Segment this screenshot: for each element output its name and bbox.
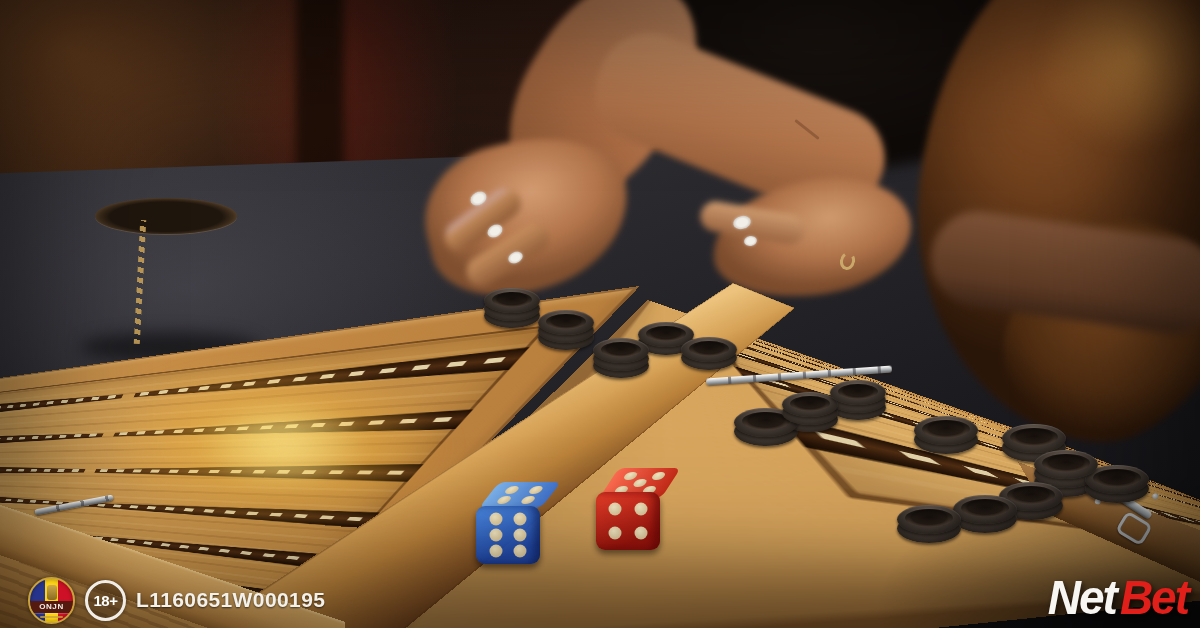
die-pip	[494, 496, 512, 504]
netbet-logo-bet: Bet	[1120, 570, 1188, 624]
die-pip	[490, 545, 503, 558]
netbet-logo-net: Net	[1048, 570, 1116, 624]
die-pip	[490, 529, 503, 542]
red-die[interactable]	[596, 466, 662, 550]
die-pip	[527, 486, 545, 494]
age-18-label: 18+	[94, 592, 118, 609]
die-pip	[513, 545, 526, 558]
onjn-band: ONJN	[30, 601, 73, 613]
die-pip	[622, 472, 639, 480]
die-pip	[634, 526, 647, 539]
blue-die-top-face	[479, 482, 561, 508]
license-number: L1160651W000195	[136, 588, 325, 612]
netbet-logo: NetBet	[1048, 569, 1188, 625]
onjn-foot-arc	[40, 616, 63, 618]
age-18-badge: 18+	[85, 580, 126, 621]
red-die-front-face	[596, 492, 660, 550]
onjn-label: ONJN	[39, 603, 64, 611]
compliance-row: ONJN 18+ L1160651W000195	[28, 576, 325, 624]
blue-die[interactable]	[476, 480, 542, 564]
dice-layer	[0, 0, 1200, 628]
die-pip	[609, 526, 622, 539]
die-pip	[513, 512, 526, 525]
die-pip	[634, 503, 647, 516]
onjn-emblem	[47, 585, 57, 600]
die-pip	[503, 486, 521, 494]
die-pip	[490, 512, 503, 525]
promo-photo-stage: ONJN 18+ L1160651W000195 NetBet	[0, 0, 1200, 628]
die-pip	[513, 529, 526, 542]
onjn-regulator-badge: ONJN	[28, 577, 75, 624]
die-pip	[519, 496, 537, 504]
die-pip	[650, 472, 667, 480]
die-pip	[631, 479, 648, 487]
blue-die-front-face	[476, 506, 540, 564]
die-pip	[609, 503, 622, 516]
